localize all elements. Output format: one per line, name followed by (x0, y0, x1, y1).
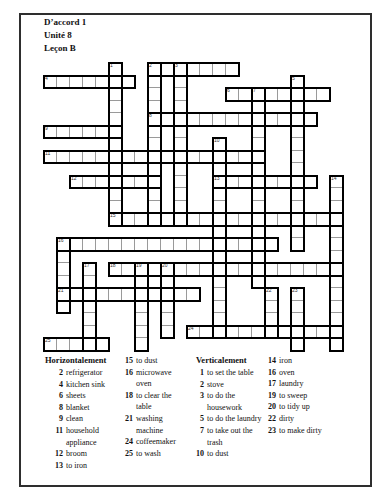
clue-item-number: 4 (45, 379, 63, 391)
grid-cell[interactable] (70, 288, 83, 301)
grid-cell[interactable] (291, 301, 304, 314)
grid-cell[interactable] (226, 213, 239, 226)
grid-cell[interactable] (265, 176, 278, 189)
grid-cell[interactable] (226, 238, 239, 251)
grid-cell[interactable] (291, 188, 304, 201)
grid-cell[interactable] (174, 176, 187, 189)
grid-cell[interactable] (57, 263, 70, 276)
grid-cell[interactable]: 3 (174, 63, 187, 76)
grid-cell[interactable] (83, 276, 96, 289)
grid-cell[interactable] (252, 263, 265, 276)
grid-cell[interactable] (148, 126, 161, 139)
grid-cell[interactable] (122, 263, 135, 276)
grid-cell[interactable] (252, 188, 265, 201)
grid-cell[interactable] (122, 76, 135, 89)
grid-cell[interactable]: 13 (213, 176, 226, 189)
grid-cell[interactable] (109, 126, 122, 139)
grid-cell[interactable] (174, 151, 187, 164)
grid-cell[interactable] (83, 238, 96, 251)
grid-cell[interactable] (278, 88, 291, 101)
clue-item-number: 2 (196, 379, 204, 391)
grid-cell[interactable] (174, 201, 187, 214)
grid-cell[interactable] (148, 151, 161, 164)
grid-cell[interactable] (122, 238, 135, 251)
grid-cell[interactable] (226, 63, 239, 76)
grid-cell[interactable] (148, 76, 161, 89)
grid-cell[interactable] (70, 76, 83, 89)
grid-cell[interactable] (122, 213, 135, 226)
grid-cell[interactable] (265, 301, 278, 314)
clue-item-number: 16 (117, 367, 133, 379)
grid-cell[interactable] (200, 63, 213, 76)
grid-cell[interactable] (213, 163, 226, 176)
grid-cell[interactable] (317, 326, 330, 339)
grid-cell[interactable]: 14 (330, 176, 343, 189)
grid-cell[interactable] (226, 326, 239, 339)
grid-cell[interactable] (174, 288, 187, 301)
grid-cell[interactable] (317, 88, 330, 101)
grid-cell[interactable] (83, 151, 96, 164)
cell-number: 22 (266, 288, 272, 293)
clue-item-number: 12 (45, 448, 63, 460)
grid-cell[interactable]: 9 (44, 126, 57, 139)
clue-item: 13to iron (45, 460, 118, 472)
grid-cell[interactable] (330, 188, 343, 201)
grid-cell[interactable] (96, 151, 109, 164)
grid-cell[interactable] (187, 113, 200, 126)
cell-number: 15 (110, 213, 116, 218)
clue-item-number: 19 (259, 390, 276, 402)
grid-cell[interactable] (252, 201, 265, 214)
grid-cell[interactable] (174, 88, 187, 101)
grid-cell[interactable] (213, 63, 226, 76)
grid-cell[interactable] (252, 326, 265, 339)
grid-cell[interactable] (83, 76, 96, 89)
grid-cell[interactable] (135, 176, 148, 189)
grid-cell[interactable] (252, 126, 265, 139)
clue-item-number: 11 (45, 425, 63, 437)
grid-cell[interactable] (291, 263, 304, 276)
grid-cell[interactable]: 19 (135, 263, 148, 276)
grid-cell[interactable] (252, 213, 265, 226)
grid-cell[interactable]: 15 (109, 213, 122, 226)
grid-cell[interactable]: 10 (213, 138, 226, 151)
grid-cell[interactable] (135, 301, 148, 314)
cell-number: 24 (188, 326, 194, 331)
grid-cell[interactable]: 7 (252, 88, 265, 101)
clue-item-text: household appliance (63, 425, 118, 448)
grid-cell[interactable] (239, 326, 252, 339)
grid-cell[interactable] (239, 238, 252, 251)
clue-item-text: kitchen sink (63, 379, 118, 391)
clue-item-text: to tidy up (276, 401, 339, 413)
grid-cell[interactable] (304, 88, 317, 101)
grid-cell[interactable] (226, 176, 239, 189)
grid-cell[interactable] (161, 288, 174, 301)
grid-cell[interactable] (200, 263, 213, 276)
grid-cell[interactable] (135, 151, 148, 164)
grid-cell[interactable] (174, 188, 187, 201)
grid-cell[interactable] (200, 326, 213, 339)
grid-cell[interactable] (330, 276, 343, 289)
grid-cell[interactable] (265, 238, 278, 251)
grid-cell[interactable] (291, 213, 304, 226)
grid-cell[interactable] (174, 126, 187, 139)
grid-cell[interactable] (291, 201, 304, 214)
grid-cell[interactable] (83, 326, 96, 339)
clue-item-number: 7 (196, 425, 204, 437)
grid-cell[interactable] (83, 301, 96, 314)
grid-cell[interactable] (57, 76, 70, 89)
cell-number: 13 (214, 176, 220, 181)
grid-cell[interactable] (109, 76, 122, 89)
grid-cell[interactable] (213, 238, 226, 251)
grid-cell[interactable]: 5 (291, 76, 304, 89)
cell-number: 10 (214, 138, 220, 143)
grid-cell[interactable] (291, 163, 304, 176)
grid-cell[interactable] (291, 176, 304, 189)
grid-cell[interactable] (330, 326, 343, 339)
grid-cell[interactable] (330, 251, 343, 264)
grid-cell[interactable] (109, 288, 122, 301)
grid-cell[interactable]: 12 (70, 176, 83, 189)
grid-cell[interactable] (291, 138, 304, 151)
cell-number: 19 (136, 263, 142, 268)
grid-cell[interactable] (291, 101, 304, 114)
clue-item-text: to clear the table (133, 390, 188, 413)
grid-cell[interactable] (161, 301, 174, 314)
grid-cell[interactable] (174, 101, 187, 114)
grid-cell[interactable] (148, 188, 161, 201)
grid-cell[interactable] (109, 151, 122, 164)
grid-cell[interactable] (57, 251, 70, 264)
grid-cell[interactable] (226, 113, 239, 126)
clue-item: 8blanket (45, 402, 118, 414)
clue-item-text: to wash (133, 448, 188, 460)
grid-cell[interactable] (200, 213, 213, 226)
cell-number: 14 (331, 176, 337, 181)
grid-cell[interactable] (278, 326, 291, 339)
grid-cell[interactable] (200, 151, 213, 164)
grid-cell[interactable] (239, 176, 252, 189)
clue-item-number: 20 (259, 401, 276, 413)
grid-cell[interactable] (213, 113, 226, 126)
grid-cell[interactable] (161, 151, 174, 164)
grid-cell[interactable] (148, 288, 161, 301)
grid-cell[interactable] (226, 263, 239, 276)
grid-cell[interactable] (252, 251, 265, 264)
grid-cell[interactable] (96, 238, 109, 251)
clue-item-number: 9 (45, 413, 63, 425)
grid-cell[interactable] (213, 151, 226, 164)
grid-cell[interactable] (252, 113, 265, 126)
grid-cell[interactable] (330, 238, 343, 251)
grid-cell[interactable] (161, 326, 174, 339)
grid-cell[interactable]: 17 (83, 263, 96, 276)
grid-cell[interactable] (304, 326, 317, 339)
grid-cell[interactable] (213, 276, 226, 289)
cell-number: 18 (110, 263, 116, 268)
grid-cell[interactable] (135, 213, 148, 226)
grid-cell[interactable] (57, 126, 70, 139)
grid-cell[interactable] (291, 326, 304, 339)
clue-item: 2refrigerator (45, 367, 118, 379)
grid-cell[interactable] (213, 288, 226, 301)
clue-item-text: coffeemaker (133, 436, 188, 448)
grid-cell[interactable] (330, 288, 343, 301)
grid-cell[interactable] (122, 288, 135, 301)
grid-cell[interactable]: 11 (44, 151, 57, 164)
grid-cell[interactable] (174, 213, 187, 226)
across-clues-title: Horizontalement (45, 355, 106, 367)
grid-cell[interactable]: 6 (226, 88, 239, 101)
grid-cell[interactable] (278, 176, 291, 189)
grid-cell[interactable]: 22 (265, 288, 278, 301)
grid-cell[interactable] (265, 213, 278, 226)
grid-cell[interactable] (83, 338, 96, 351)
clue-item-number: 2 (45, 367, 63, 379)
grid-cell[interactable] (213, 188, 226, 201)
grid-cell[interactable] (213, 326, 226, 339)
grid-cell[interactable] (200, 238, 213, 251)
grid-cell[interactable]: 4 (44, 76, 57, 89)
grid-cell[interactable] (278, 213, 291, 226)
grid-cell[interactable] (291, 226, 304, 239)
grid-cell[interactable] (109, 88, 122, 101)
across-clues-column-1: 2refrigerator4kitchen sink6sheets8blanke… (45, 367, 118, 471)
grid-cell[interactable]: 8 (148, 113, 161, 126)
clue-item: 21washing machine (117, 413, 188, 436)
grid-cell[interactable] (161, 276, 174, 289)
grid-cell[interactable] (57, 301, 70, 314)
clue-item: 9clean (45, 413, 118, 425)
grid-cell[interactable] (239, 113, 252, 126)
grid-cell[interactable] (96, 288, 109, 301)
grid-cell[interactable]: 16 (57, 238, 70, 251)
clue-item-text: refrigerator (63, 367, 118, 379)
grid-cell[interactable] (291, 126, 304, 139)
grid-cell[interactable] (161, 238, 174, 251)
grid-cell[interactable] (161, 213, 174, 226)
grid-cell[interactable] (83, 313, 96, 326)
grid-cell[interactable] (161, 63, 174, 76)
grid-cell[interactable] (239, 263, 252, 276)
grid-cell[interactable] (57, 338, 70, 351)
grid-cell[interactable] (291, 238, 304, 251)
clue-item: 4kitchen sink (45, 379, 118, 391)
grid-cell[interactable] (304, 263, 317, 276)
grid-cell[interactable] (239, 213, 252, 226)
grid-cell[interactable] (330, 301, 343, 314)
grid-cell[interactable] (252, 151, 265, 164)
cell-number: 12 (71, 176, 77, 181)
grid-cell[interactable] (174, 263, 187, 276)
grid-cell[interactable]: 23 (291, 288, 304, 301)
grid-cell[interactable] (252, 101, 265, 114)
grid-cell[interactable] (96, 176, 109, 189)
clue-item-text: to sweep (276, 390, 339, 402)
grid-cell[interactable] (213, 201, 226, 214)
grid-cell[interactable] (330, 338, 343, 351)
grid-cell[interactable] (291, 313, 304, 326)
grid-cell[interactable] (187, 238, 200, 251)
grid-cell[interactable] (187, 213, 200, 226)
grid-cell[interactable] (83, 176, 96, 189)
grid-cell[interactable] (161, 113, 174, 126)
grid-cell[interactable] (252, 276, 265, 289)
grid-cell[interactable] (278, 263, 291, 276)
grid-cell[interactable] (252, 163, 265, 176)
grid-cell[interactable] (187, 63, 200, 76)
grid-cell[interactable] (200, 113, 213, 126)
grid-cell[interactable] (70, 126, 83, 139)
grid-cell[interactable] (70, 151, 83, 164)
grid-cell[interactable] (317, 213, 330, 226)
grid-cell[interactable] (187, 263, 200, 276)
grid-cell[interactable] (304, 113, 317, 126)
grid-cell[interactable] (265, 88, 278, 101)
grid-cell[interactable] (148, 201, 161, 214)
grid-cell[interactable] (70, 338, 83, 351)
grid-cell[interactable] (148, 163, 161, 176)
grid-cell[interactable] (83, 126, 96, 139)
grid-cell[interactable] (265, 263, 278, 276)
grid-cell[interactable] (174, 113, 187, 126)
grid-cell[interactable] (252, 138, 265, 151)
grid-cell[interactable] (291, 113, 304, 126)
clue-item-text: dirty (276, 413, 339, 425)
clue-item-number: 14 (259, 355, 276, 367)
grid-cell[interactable] (265, 326, 278, 339)
grid-cell[interactable] (135, 326, 148, 339)
grid-cell[interactable] (304, 176, 317, 189)
cell-number: 23 (292, 288, 298, 293)
grid-cell[interactable] (265, 313, 278, 326)
grid-cell[interactable] (148, 88, 161, 101)
grid-cell[interactable]: 25 (44, 338, 57, 351)
grid-cell[interactable] (213, 301, 226, 314)
clue-item: 11household appliance (45, 425, 118, 448)
grid-cell[interactable] (252, 238, 265, 251)
grid-cell[interactable] (213, 251, 226, 264)
grid-cell[interactable] (148, 176, 161, 189)
cell-number: 4 (45, 76, 48, 81)
grid-cell[interactable] (213, 213, 226, 226)
grid-cell[interactable] (135, 288, 148, 301)
grid-cell[interactable]: 24 (187, 326, 200, 339)
grid-cell[interactable] (330, 213, 343, 226)
grid-cell[interactable] (330, 263, 343, 276)
cell-number: 3 (175, 63, 178, 68)
grid-cell[interactable] (83, 288, 96, 301)
grid-cell[interactable] (96, 338, 109, 351)
grid-cell[interactable] (148, 263, 161, 276)
grid-cell[interactable] (109, 113, 122, 126)
grid-cell[interactable] (109, 101, 122, 114)
grid-cell[interactable]: 20 (161, 263, 174, 276)
grid-cell[interactable] (135, 313, 148, 326)
clue-item: 14iron (259, 355, 339, 367)
clue-item-number: 18 (117, 390, 133, 402)
grid-cell[interactable] (148, 213, 161, 226)
grid-cell[interactable] (135, 276, 148, 289)
grid-cell[interactable] (291, 338, 304, 351)
clue-item: 16oven (259, 367, 339, 379)
grid-cell[interactable] (148, 238, 161, 251)
clue-item: 18to clear the table (117, 390, 188, 413)
clue-item-text: broom (63, 448, 118, 460)
grid-cell[interactable] (148, 138, 161, 151)
clue-item: 16microwave oven (117, 367, 188, 390)
grid-cell[interactable] (330, 313, 343, 326)
cell-number: 20 (162, 263, 168, 268)
grid-cell[interactable] (109, 138, 122, 151)
grid-cell[interactable] (187, 288, 200, 301)
grid-cell[interactable] (135, 338, 148, 351)
grid-cell[interactable] (96, 76, 109, 89)
grid-cell[interactable]: 21 (57, 288, 70, 301)
grid-cell[interactable] (109, 163, 122, 176)
cell-number: 16 (58, 238, 64, 243)
grid-cell[interactable] (122, 176, 135, 189)
grid-cell[interactable] (239, 151, 252, 164)
grid-cell[interactable] (109, 176, 122, 189)
grid-cell[interactable] (317, 263, 330, 276)
clue-item-text: sheets (63, 390, 118, 402)
grid-cell[interactable] (174, 138, 187, 151)
clue-item-number: 23 (259, 425, 276, 437)
clue-item-text: to make dirty (276, 425, 339, 437)
grid-cell[interactable]: 2 (148, 63, 161, 76)
clue-item-text: to iron (63, 460, 118, 472)
grid-cell[interactable] (252, 226, 265, 239)
grid-cell[interactable] (122, 151, 135, 164)
grid-cell[interactable] (239, 88, 252, 101)
clue-item: 12broom (45, 448, 118, 460)
clue-item: 23to make dirty (259, 425, 339, 437)
grid-cell[interactable] (96, 126, 109, 139)
grid-cell[interactable] (213, 313, 226, 326)
grid-cell[interactable] (109, 188, 122, 201)
grid-cell[interactable] (109, 238, 122, 251)
grid-cell[interactable] (330, 226, 343, 239)
clue-item-number: 1 (196, 367, 204, 379)
grid-cell[interactable] (174, 76, 187, 89)
grid-cell[interactable] (57, 151, 70, 164)
grid-cell[interactable] (135, 238, 148, 251)
clue-item-number: 5 (196, 413, 204, 425)
clue-item: 17laundry (259, 378, 339, 390)
grid-cell[interactable] (278, 113, 291, 126)
grid-cell[interactable] (213, 263, 226, 276)
clue-item-text: washing machine (133, 413, 188, 436)
grid-cell[interactable] (70, 238, 83, 251)
grid-cell[interactable] (226, 151, 239, 164)
grid-cell[interactable] (187, 151, 200, 164)
grid-cell[interactable] (161, 313, 174, 326)
grid-cell[interactable] (265, 113, 278, 126)
grid-cell[interactable] (174, 238, 187, 251)
grid-cell[interactable]: 18 (109, 263, 122, 276)
grid-cell[interactable] (252, 176, 265, 189)
grid-cell[interactable] (330, 201, 343, 214)
grid-cell[interactable]: 1 (109, 63, 122, 76)
grid-cell[interactable] (174, 163, 187, 176)
grid-cell[interactable] (304, 213, 317, 226)
grid-cell[interactable] (213, 226, 226, 239)
grid-cell[interactable] (291, 151, 304, 164)
grid-cell[interactable] (291, 88, 304, 101)
